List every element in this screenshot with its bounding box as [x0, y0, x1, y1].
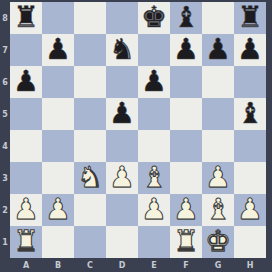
square-h8[interactable]: ♜	[234, 2, 266, 34]
square-d3[interactable]: ♟	[106, 162, 138, 194]
file-label-e: E	[138, 258, 170, 272]
file-labels: ABCDEFGH	[10, 258, 266, 272]
square-c7[interactable]	[74, 34, 106, 66]
square-e6[interactable]: ♟	[138, 66, 170, 98]
black-pawn[interactable]: ♟	[237, 35, 263, 64]
black-rook[interactable]: ♜	[13, 3, 39, 32]
square-a8[interactable]: ♜	[10, 2, 42, 34]
square-e4[interactable]	[138, 130, 170, 162]
black-rook[interactable]: ♜	[237, 3, 263, 32]
square-d5[interactable]: ♟	[106, 98, 138, 130]
square-d8[interactable]	[106, 2, 138, 34]
square-a6[interactable]: ♟	[10, 66, 42, 98]
file-label-c: C	[74, 258, 106, 272]
black-pawn[interactable]: ♟	[205, 35, 231, 64]
square-g2[interactable]: ♝	[202, 194, 234, 226]
white-pawn[interactable]: ♟	[109, 163, 135, 192]
square-g1[interactable]: ♚	[202, 226, 234, 258]
square-h3[interactable]	[234, 162, 266, 194]
rank-label-7: 7	[0, 34, 10, 66]
square-d2[interactable]	[106, 194, 138, 226]
square-c6[interactable]	[74, 66, 106, 98]
black-pawn[interactable]: ♟	[45, 35, 71, 64]
square-b7[interactable]: ♟	[42, 34, 74, 66]
square-e3[interactable]: ♝	[138, 162, 170, 194]
square-h1[interactable]	[234, 226, 266, 258]
white-pawn[interactable]: ♟	[45, 195, 71, 224]
rank-label-3: 3	[0, 162, 10, 194]
square-a7[interactable]	[10, 34, 42, 66]
square-h2[interactable]: ♟	[234, 194, 266, 226]
square-g4[interactable]	[202, 130, 234, 162]
square-c5[interactable]	[74, 98, 106, 130]
square-d6[interactable]	[106, 66, 138, 98]
square-e8[interactable]: ♚	[138, 2, 170, 34]
white-rook[interactable]: ♜	[173, 227, 199, 256]
square-b3[interactable]	[42, 162, 74, 194]
black-bishop[interactable]: ♝	[237, 99, 263, 128]
square-c4[interactable]	[74, 130, 106, 162]
rank-label-4: 4	[0, 130, 10, 162]
square-h4[interactable]	[234, 130, 266, 162]
square-c8[interactable]	[74, 2, 106, 34]
square-c2[interactable]	[74, 194, 106, 226]
square-f2[interactable]: ♟	[170, 194, 202, 226]
rank-label-8: 8	[0, 2, 10, 34]
file-label-d: D	[106, 258, 138, 272]
square-d1[interactable]	[106, 226, 138, 258]
square-f8[interactable]: ♝	[170, 2, 202, 34]
square-b8[interactable]	[42, 2, 74, 34]
square-d7[interactable]: ♞	[106, 34, 138, 66]
white-pawn[interactable]: ♟	[173, 195, 199, 224]
square-f6[interactable]	[170, 66, 202, 98]
black-king[interactable]: ♚	[141, 3, 167, 32]
rank-labels: 87654321	[0, 2, 10, 258]
black-bishop[interactable]: ♝	[173, 3, 199, 32]
square-b6[interactable]	[42, 66, 74, 98]
square-b1[interactable]	[42, 226, 74, 258]
rank-label-1: 1	[0, 226, 10, 258]
white-bishop[interactable]: ♝	[141, 163, 167, 192]
square-g3[interactable]: ♟	[202, 162, 234, 194]
white-king[interactable]: ♚	[205, 227, 231, 256]
square-f4[interactable]	[170, 130, 202, 162]
black-pawn[interactable]: ♟	[141, 67, 167, 96]
rank-label-2: 2	[0, 194, 10, 226]
square-d4[interactable]	[106, 130, 138, 162]
square-b4[interactable]	[42, 130, 74, 162]
square-b5[interactable]	[42, 98, 74, 130]
square-a2[interactable]: ♟	[10, 194, 42, 226]
white-rook[interactable]: ♜	[13, 227, 39, 256]
rank-label-5: 5	[0, 98, 10, 130]
white-pawn[interactable]: ♟	[237, 195, 263, 224]
rank-label-6: 6	[0, 66, 10, 98]
square-f1[interactable]: ♜	[170, 226, 202, 258]
square-a1[interactable]: ♜	[10, 226, 42, 258]
file-label-f: F	[170, 258, 202, 272]
square-g7[interactable]: ♟	[202, 34, 234, 66]
chess-board-container: 87654321 ♜♚♝♜♟♞♟♟♟♟♟♟♝♞♟♝♟♟♟♟♟♝♟♜♜♚ ABCD…	[0, 0, 272, 272]
square-g5[interactable]	[202, 98, 234, 130]
white-bishop[interactable]: ♝	[205, 195, 231, 224]
square-a3[interactable]	[10, 162, 42, 194]
square-h5[interactable]: ♝	[234, 98, 266, 130]
black-pawn[interactable]: ♟	[13, 67, 39, 96]
white-knight[interactable]: ♞	[77, 163, 103, 192]
white-pawn[interactable]: ♟	[205, 163, 231, 192]
square-e7[interactable]	[138, 34, 170, 66]
black-pawn[interactable]: ♟	[173, 35, 199, 64]
white-pawn[interactable]: ♟	[13, 195, 39, 224]
file-label-a: A	[10, 258, 42, 272]
file-label-b: B	[42, 258, 74, 272]
square-e2[interactable]: ♟	[138, 194, 170, 226]
square-g6[interactable]	[202, 66, 234, 98]
square-c1[interactable]	[74, 226, 106, 258]
square-g8[interactable]	[202, 2, 234, 34]
black-pawn[interactable]: ♟	[109, 99, 135, 128]
square-f7[interactable]: ♟	[170, 34, 202, 66]
white-pawn[interactable]: ♟	[141, 195, 167, 224]
black-knight[interactable]: ♞	[109, 35, 135, 64]
square-f3[interactable]	[170, 162, 202, 194]
square-h6[interactable]	[234, 66, 266, 98]
square-a5[interactable]	[10, 98, 42, 130]
square-h7[interactable]: ♟	[234, 34, 266, 66]
square-e5[interactable]	[138, 98, 170, 130]
square-b2[interactable]: ♟	[42, 194, 74, 226]
square-a4[interactable]	[10, 130, 42, 162]
square-e1[interactable]	[138, 226, 170, 258]
file-label-g: G	[202, 258, 234, 272]
square-c3[interactable]: ♞	[74, 162, 106, 194]
square-f5[interactable]	[170, 98, 202, 130]
chess-board[interactable]: ♜♚♝♜♟♞♟♟♟♟♟♟♝♞♟♝♟♟♟♟♟♝♟♜♜♚	[10, 2, 266, 258]
file-label-h: H	[234, 258, 266, 272]
